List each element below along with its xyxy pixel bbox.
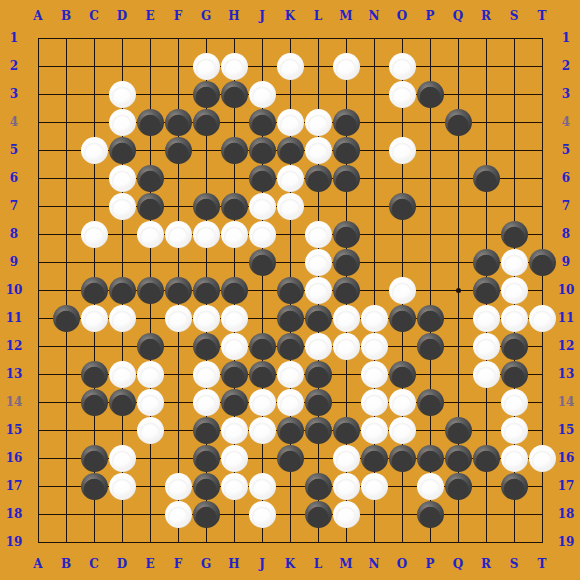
cell-K14[interactable]: ○ xyxy=(276,388,304,416)
cell-H4[interactable] xyxy=(220,108,248,136)
cell-L9[interactable]: ○ xyxy=(304,248,332,276)
cell-O15[interactable]: ○ xyxy=(388,416,416,444)
cell-T15[interactable] xyxy=(528,416,556,444)
cell-H10[interactable]: ● xyxy=(220,276,248,304)
cell-S7[interactable] xyxy=(500,192,528,220)
cell-F19[interactable] xyxy=(164,528,192,556)
cell-F1[interactable] xyxy=(164,24,192,52)
cell-R7[interactable] xyxy=(472,192,500,220)
cell-Q16[interactable]: ● xyxy=(444,444,472,472)
cell-F9[interactable] xyxy=(164,248,192,276)
cell-C5[interactable]: ○ xyxy=(80,136,108,164)
cell-F17[interactable]: ○ xyxy=(164,472,192,500)
cell-D13[interactable]: ○ xyxy=(108,360,136,388)
cell-H6[interactable] xyxy=(220,164,248,192)
cell-F4[interactable]: ● xyxy=(164,108,192,136)
cell-C16[interactable]: ● xyxy=(80,444,108,472)
cell-M5[interactable]: ● xyxy=(332,136,360,164)
cell-A9[interactable] xyxy=(24,248,52,276)
cell-J9[interactable]: ● xyxy=(248,248,276,276)
cell-S18[interactable] xyxy=(500,500,528,528)
cell-R10[interactable]: ● xyxy=(472,276,500,304)
cell-G15[interactable]: ● xyxy=(192,416,220,444)
cell-L3[interactable] xyxy=(304,80,332,108)
cell-A16[interactable] xyxy=(24,444,52,472)
cell-Q17[interactable]: ● xyxy=(444,472,472,500)
cell-J11[interactable] xyxy=(248,304,276,332)
cell-G8[interactable]: ○ xyxy=(192,220,220,248)
cell-H9[interactable] xyxy=(220,248,248,276)
cell-C2[interactable] xyxy=(80,52,108,80)
cell-E4[interactable]: ● xyxy=(136,108,164,136)
cell-P5[interactable] xyxy=(416,136,444,164)
cell-F6[interactable] xyxy=(164,164,192,192)
cell-J5[interactable]: ● xyxy=(248,136,276,164)
cell-K9[interactable] xyxy=(276,248,304,276)
cell-F12[interactable] xyxy=(164,332,192,360)
cell-M2[interactable]: ○ xyxy=(332,52,360,80)
cell-A12[interactable] xyxy=(24,332,52,360)
cell-O2[interactable]: ○ xyxy=(388,52,416,80)
cell-T14[interactable] xyxy=(528,388,556,416)
cell-S19[interactable] xyxy=(500,528,528,556)
cell-K3[interactable] xyxy=(276,80,304,108)
cell-M16[interactable]: ○ xyxy=(332,444,360,472)
cell-E13[interactable]: ○ xyxy=(136,360,164,388)
cell-R17[interactable] xyxy=(472,472,500,500)
cell-Q8[interactable] xyxy=(444,220,472,248)
cell-C3[interactable] xyxy=(80,80,108,108)
cell-H1[interactable] xyxy=(220,24,248,52)
cell-T10[interactable] xyxy=(528,276,556,304)
cell-M13[interactable] xyxy=(332,360,360,388)
cell-O5[interactable]: ○ xyxy=(388,136,416,164)
cell-D7[interactable]: ○ xyxy=(108,192,136,220)
cell-D11[interactable]: ○ xyxy=(108,304,136,332)
cell-B17[interactable] xyxy=(52,472,80,500)
cell-H17[interactable]: ○ xyxy=(220,472,248,500)
cell-Q13[interactable] xyxy=(444,360,472,388)
cell-E7[interactable]: ● xyxy=(136,192,164,220)
cell-P12[interactable]: ● xyxy=(416,332,444,360)
cell-L16[interactable] xyxy=(304,444,332,472)
cell-T2[interactable] xyxy=(528,52,556,80)
cell-L12[interactable]: ○ xyxy=(304,332,332,360)
cell-K1[interactable] xyxy=(276,24,304,52)
cell-S13[interactable]: ● xyxy=(500,360,528,388)
cell-T12[interactable] xyxy=(528,332,556,360)
cell-T16[interactable]: ○ xyxy=(528,444,556,472)
cell-L14[interactable]: ● xyxy=(304,388,332,416)
cell-P13[interactable] xyxy=(416,360,444,388)
cell-J17[interactable]: ○ xyxy=(248,472,276,500)
cell-J13[interactable]: ● xyxy=(248,360,276,388)
cell-P15[interactable] xyxy=(416,416,444,444)
cell-K4[interactable]: ○ xyxy=(276,108,304,136)
cell-M4[interactable]: ● xyxy=(332,108,360,136)
cell-R18[interactable] xyxy=(472,500,500,528)
cell-A4[interactable] xyxy=(24,108,52,136)
cell-H16[interactable]: ○ xyxy=(220,444,248,472)
cell-M14[interactable] xyxy=(332,388,360,416)
cell-D9[interactable] xyxy=(108,248,136,276)
cell-M19[interactable] xyxy=(332,528,360,556)
cell-M17[interactable]: ○ xyxy=(332,472,360,500)
cell-J8[interactable]: ○ xyxy=(248,220,276,248)
cell-N7[interactable] xyxy=(360,192,388,220)
cell-C15[interactable] xyxy=(80,416,108,444)
cell-S10[interactable]: ○ xyxy=(500,276,528,304)
cell-P11[interactable]: ● xyxy=(416,304,444,332)
cell-J2[interactable] xyxy=(248,52,276,80)
cell-H14[interactable]: ● xyxy=(220,388,248,416)
cell-A3[interactable] xyxy=(24,80,52,108)
cell-N8[interactable] xyxy=(360,220,388,248)
cell-P16[interactable]: ● xyxy=(416,444,444,472)
cell-O16[interactable]: ● xyxy=(388,444,416,472)
cell-Q1[interactable] xyxy=(444,24,472,52)
cell-Q19[interactable] xyxy=(444,528,472,556)
cell-S5[interactable] xyxy=(500,136,528,164)
cell-L10[interactable]: ○ xyxy=(304,276,332,304)
cell-O1[interactable] xyxy=(388,24,416,52)
cell-H3[interactable]: ● xyxy=(220,80,248,108)
cell-F13[interactable] xyxy=(164,360,192,388)
cell-L7[interactable] xyxy=(304,192,332,220)
cell-N19[interactable] xyxy=(360,528,388,556)
cell-J16[interactable] xyxy=(248,444,276,472)
cell-P7[interactable] xyxy=(416,192,444,220)
cell-J3[interactable]: ○ xyxy=(248,80,276,108)
cell-O12[interactable] xyxy=(388,332,416,360)
cell-A5[interactable] xyxy=(24,136,52,164)
cell-F8[interactable]: ○ xyxy=(164,220,192,248)
cell-M18[interactable]: ○ xyxy=(332,500,360,528)
cell-C9[interactable] xyxy=(80,248,108,276)
cell-B5[interactable] xyxy=(52,136,80,164)
cell-T1[interactable] xyxy=(528,24,556,52)
cell-F18[interactable]: ○ xyxy=(164,500,192,528)
cell-B9[interactable] xyxy=(52,248,80,276)
cell-T6[interactable] xyxy=(528,164,556,192)
cell-G13[interactable]: ○ xyxy=(192,360,220,388)
cell-K19[interactable] xyxy=(276,528,304,556)
cell-R3[interactable] xyxy=(472,80,500,108)
cell-D4[interactable]: ○ xyxy=(108,108,136,136)
cell-G16[interactable]: ● xyxy=(192,444,220,472)
cell-F10[interactable]: ● xyxy=(164,276,192,304)
cell-K5[interactable]: ● xyxy=(276,136,304,164)
cell-E9[interactable] xyxy=(136,248,164,276)
cell-D1[interactable] xyxy=(108,24,136,52)
cell-F7[interactable] xyxy=(164,192,192,220)
cell-P18[interactable]: ● xyxy=(416,500,444,528)
cell-E1[interactable] xyxy=(136,24,164,52)
cell-R19[interactable] xyxy=(472,528,500,556)
cell-L1[interactable] xyxy=(304,24,332,52)
cell-M3[interactable] xyxy=(332,80,360,108)
cell-P19[interactable] xyxy=(416,528,444,556)
cell-Q9[interactable] xyxy=(444,248,472,276)
cell-Q10[interactable] xyxy=(444,276,472,304)
cell-R16[interactable]: ● xyxy=(472,444,500,472)
cell-B3[interactable] xyxy=(52,80,80,108)
cell-R15[interactable] xyxy=(472,416,500,444)
cell-R12[interactable]: ○ xyxy=(472,332,500,360)
cell-E17[interactable] xyxy=(136,472,164,500)
cell-N4[interactable] xyxy=(360,108,388,136)
cell-L11[interactable]: ● xyxy=(304,304,332,332)
cell-C4[interactable] xyxy=(80,108,108,136)
cell-Q2[interactable] xyxy=(444,52,472,80)
cell-Q5[interactable] xyxy=(444,136,472,164)
cell-L8[interactable]: ○ xyxy=(304,220,332,248)
cell-O10[interactable]: ○ xyxy=(388,276,416,304)
cell-K2[interactable]: ○ xyxy=(276,52,304,80)
cell-P2[interactable] xyxy=(416,52,444,80)
cell-D12[interactable] xyxy=(108,332,136,360)
cell-N18[interactable] xyxy=(360,500,388,528)
cell-B18[interactable] xyxy=(52,500,80,528)
cell-M10[interactable]: ● xyxy=(332,276,360,304)
cell-M9[interactable]: ● xyxy=(332,248,360,276)
cell-T18[interactable] xyxy=(528,500,556,528)
cell-A10[interactable] xyxy=(24,276,52,304)
cell-C11[interactable]: ○ xyxy=(80,304,108,332)
cell-D18[interactable] xyxy=(108,500,136,528)
cell-C7[interactable] xyxy=(80,192,108,220)
cell-G17[interactable]: ● xyxy=(192,472,220,500)
cell-K12[interactable]: ● xyxy=(276,332,304,360)
cell-A13[interactable] xyxy=(24,360,52,388)
cell-N9[interactable] xyxy=(360,248,388,276)
cell-M11[interactable]: ○ xyxy=(332,304,360,332)
cell-L17[interactable]: ● xyxy=(304,472,332,500)
cell-A17[interactable] xyxy=(24,472,52,500)
cell-L19[interactable] xyxy=(304,528,332,556)
cell-S11[interactable]: ○ xyxy=(500,304,528,332)
cell-S16[interactable]: ○ xyxy=(500,444,528,472)
cell-O17[interactable] xyxy=(388,472,416,500)
cell-Q7[interactable] xyxy=(444,192,472,220)
cell-D8[interactable] xyxy=(108,220,136,248)
cell-Q12[interactable] xyxy=(444,332,472,360)
cell-G5[interactable] xyxy=(192,136,220,164)
cell-O13[interactable]: ● xyxy=(388,360,416,388)
cell-E18[interactable] xyxy=(136,500,164,528)
cell-D17[interactable]: ○ xyxy=(108,472,136,500)
cell-M7[interactable] xyxy=(332,192,360,220)
cell-E3[interactable] xyxy=(136,80,164,108)
cell-S9[interactable]: ○ xyxy=(500,248,528,276)
cell-N11[interactable]: ○ xyxy=(360,304,388,332)
cell-S12[interactable]: ● xyxy=(500,332,528,360)
cell-N5[interactable] xyxy=(360,136,388,164)
cell-G19[interactable] xyxy=(192,528,220,556)
cell-P1[interactable] xyxy=(416,24,444,52)
cell-T19[interactable] xyxy=(528,528,556,556)
cell-T7[interactable] xyxy=(528,192,556,220)
cell-L13[interactable]: ● xyxy=(304,360,332,388)
cell-E6[interactable]: ● xyxy=(136,164,164,192)
cell-E2[interactable] xyxy=(136,52,164,80)
cell-H18[interactable] xyxy=(220,500,248,528)
cell-M8[interactable]: ● xyxy=(332,220,360,248)
cell-T11[interactable]: ○ xyxy=(528,304,556,332)
cell-P10[interactable] xyxy=(416,276,444,304)
cell-Q11[interactable] xyxy=(444,304,472,332)
cell-Q4[interactable]: ● xyxy=(444,108,472,136)
cell-L6[interactable]: ● xyxy=(304,164,332,192)
cell-D16[interactable]: ○ xyxy=(108,444,136,472)
cell-A14[interactable] xyxy=(24,388,52,416)
cell-J10[interactable] xyxy=(248,276,276,304)
cell-S15[interactable]: ○ xyxy=(500,416,528,444)
cell-Q15[interactable]: ● xyxy=(444,416,472,444)
cell-M15[interactable]: ● xyxy=(332,416,360,444)
cell-N16[interactable]: ● xyxy=(360,444,388,472)
cell-G11[interactable]: ○ xyxy=(192,304,220,332)
cell-B14[interactable] xyxy=(52,388,80,416)
cell-F5[interactable]: ● xyxy=(164,136,192,164)
cell-S6[interactable] xyxy=(500,164,528,192)
cell-L5[interactable]: ○ xyxy=(304,136,332,164)
cell-J14[interactable]: ○ xyxy=(248,388,276,416)
cell-S14[interactable]: ○ xyxy=(500,388,528,416)
cell-F16[interactable] xyxy=(164,444,192,472)
cell-K8[interactable] xyxy=(276,220,304,248)
cell-H8[interactable]: ○ xyxy=(220,220,248,248)
cell-G9[interactable] xyxy=(192,248,220,276)
cell-T5[interactable] xyxy=(528,136,556,164)
cell-A18[interactable] xyxy=(24,500,52,528)
cell-D5[interactable]: ● xyxy=(108,136,136,164)
cell-N2[interactable] xyxy=(360,52,388,80)
cell-E5[interactable] xyxy=(136,136,164,164)
cell-M6[interactable]: ● xyxy=(332,164,360,192)
cell-H12[interactable]: ○ xyxy=(220,332,248,360)
cell-B12[interactable] xyxy=(52,332,80,360)
cell-A1[interactable] xyxy=(24,24,52,52)
cell-E16[interactable] xyxy=(136,444,164,472)
cell-D3[interactable]: ○ xyxy=(108,80,136,108)
cell-J18[interactable]: ○ xyxy=(248,500,276,528)
cell-S3[interactable] xyxy=(500,80,528,108)
cell-B8[interactable] xyxy=(52,220,80,248)
cell-H7[interactable]: ● xyxy=(220,192,248,220)
cell-T9[interactable]: ● xyxy=(528,248,556,276)
cell-B1[interactable] xyxy=(52,24,80,52)
cell-K17[interactable] xyxy=(276,472,304,500)
cell-G3[interactable]: ● xyxy=(192,80,220,108)
cell-M1[interactable] xyxy=(332,24,360,52)
cell-G4[interactable]: ● xyxy=(192,108,220,136)
cell-Q3[interactable] xyxy=(444,80,472,108)
cell-K18[interactable] xyxy=(276,500,304,528)
cell-P8[interactable] xyxy=(416,220,444,248)
cell-O9[interactable] xyxy=(388,248,416,276)
cell-J15[interactable]: ○ xyxy=(248,416,276,444)
cell-B19[interactable] xyxy=(52,528,80,556)
cell-G12[interactable]: ● xyxy=(192,332,220,360)
cell-P4[interactable] xyxy=(416,108,444,136)
cell-K10[interactable]: ● xyxy=(276,276,304,304)
cell-O19[interactable] xyxy=(388,528,416,556)
cell-R9[interactable]: ● xyxy=(472,248,500,276)
cell-A19[interactable] xyxy=(24,528,52,556)
cell-E10[interactable]: ● xyxy=(136,276,164,304)
cell-N3[interactable] xyxy=(360,80,388,108)
cell-Q14[interactable] xyxy=(444,388,472,416)
cell-C19[interactable] xyxy=(80,528,108,556)
cell-N12[interactable]: ○ xyxy=(360,332,388,360)
cell-F2[interactable] xyxy=(164,52,192,80)
cell-M12[interactable]: ○ xyxy=(332,332,360,360)
cell-K6[interactable]: ○ xyxy=(276,164,304,192)
cell-K13[interactable]: ○ xyxy=(276,360,304,388)
cell-C18[interactable] xyxy=(80,500,108,528)
cell-K11[interactable]: ● xyxy=(276,304,304,332)
cell-A8[interactable] xyxy=(24,220,52,248)
cell-D6[interactable]: ○ xyxy=(108,164,136,192)
cell-R14[interactable] xyxy=(472,388,500,416)
cell-C13[interactable]: ● xyxy=(80,360,108,388)
cell-B6[interactable] xyxy=(52,164,80,192)
cell-O3[interactable]: ○ xyxy=(388,80,416,108)
cell-E15[interactable]: ○ xyxy=(136,416,164,444)
cell-O18[interactable] xyxy=(388,500,416,528)
cell-L4[interactable]: ○ xyxy=(304,108,332,136)
cell-A7[interactable] xyxy=(24,192,52,220)
cell-B11[interactable]: ● xyxy=(52,304,80,332)
cell-L18[interactable]: ● xyxy=(304,500,332,528)
cell-L15[interactable]: ● xyxy=(304,416,332,444)
cell-R4[interactable] xyxy=(472,108,500,136)
cell-N17[interactable]: ○ xyxy=(360,472,388,500)
cell-A6[interactable] xyxy=(24,164,52,192)
cell-C14[interactable]: ● xyxy=(80,388,108,416)
cell-S1[interactable] xyxy=(500,24,528,52)
cell-P3[interactable]: ● xyxy=(416,80,444,108)
cell-H19[interactable] xyxy=(220,528,248,556)
cell-H11[interactable]: ○ xyxy=(220,304,248,332)
cell-D2[interactable] xyxy=(108,52,136,80)
cell-J4[interactable]: ● xyxy=(248,108,276,136)
cell-T4[interactable] xyxy=(528,108,556,136)
cell-N14[interactable]: ○ xyxy=(360,388,388,416)
cell-L2[interactable] xyxy=(304,52,332,80)
cell-B2[interactable] xyxy=(52,52,80,80)
cell-C1[interactable] xyxy=(80,24,108,52)
cell-S4[interactable] xyxy=(500,108,528,136)
cell-A2[interactable] xyxy=(24,52,52,80)
cell-J1[interactable] xyxy=(248,24,276,52)
cell-T8[interactable] xyxy=(528,220,556,248)
cell-C10[interactable]: ● xyxy=(80,276,108,304)
cell-R11[interactable]: ○ xyxy=(472,304,500,332)
cell-H13[interactable]: ● xyxy=(220,360,248,388)
cell-G10[interactable]: ● xyxy=(192,276,220,304)
cell-O14[interactable]: ○ xyxy=(388,388,416,416)
cell-G6[interactable] xyxy=(192,164,220,192)
cell-G14[interactable]: ○ xyxy=(192,388,220,416)
cell-Q18[interactable] xyxy=(444,500,472,528)
cell-N10[interactable] xyxy=(360,276,388,304)
cell-G1[interactable] xyxy=(192,24,220,52)
cell-E19[interactable] xyxy=(136,528,164,556)
cell-A15[interactable] xyxy=(24,416,52,444)
cell-S17[interactable]: ● xyxy=(500,472,528,500)
